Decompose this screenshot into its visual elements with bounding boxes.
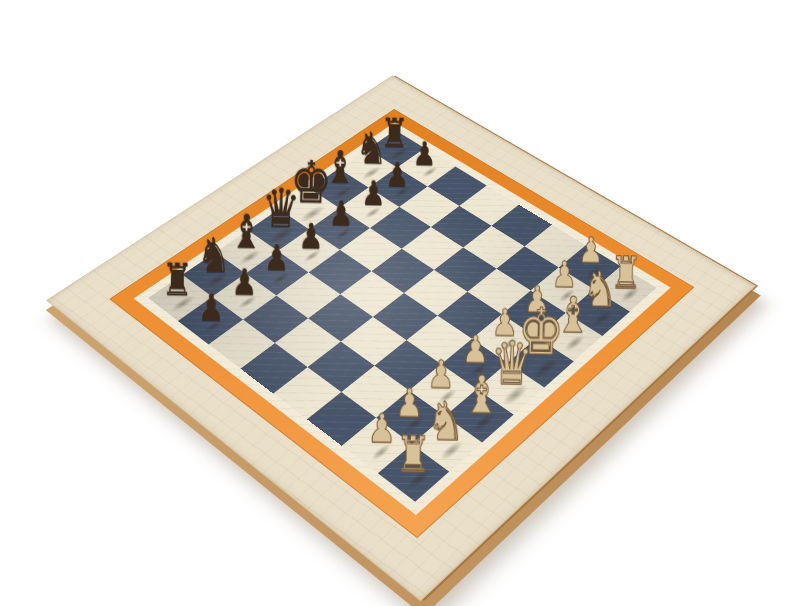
piece-white-rook[interactable]: ♜ — [372, 431, 454, 479]
board-wood-frame: ♜♞♝♛♚♝♞♜♟♟♟♟♟♟♟♟♟♟♟♟♟♟♟♟♜♞♝♛♚♝♞♜ — [46, 76, 755, 602]
photo-canvas: ♜♞♝♛♚♝♞♜♟♟♟♟♟♟♟♟♟♟♟♟♟♟♟♟♜♞♝♛♚♝♞♜ — [0, 0, 800, 606]
square-a1[interactable]: ♜ — [378, 444, 449, 502]
board-orange-border: ♜♞♝♛♚♝♞♜♟♟♟♟♟♟♟♟♟♟♟♟♟♟♟♟♜♞♝♛♚♝♞♜ — [109, 109, 694, 538]
piece-black-pawn[interactable]: ♟ — [174, 290, 248, 326]
chess-board: ♜♞♝♛♚♝♞♜♟♟♟♟♟♟♟♟♟♟♟♟♟♟♟♟♜♞♝♛♚♝♞♜ — [46, 76, 755, 602]
scene-3d: ♜♞♝♛♚♝♞♜♟♟♟♟♟♟♟♟♟♟♟♟♟♟♟♟♜♞♝♛♚♝♞♜ — [0, 0, 800, 606]
